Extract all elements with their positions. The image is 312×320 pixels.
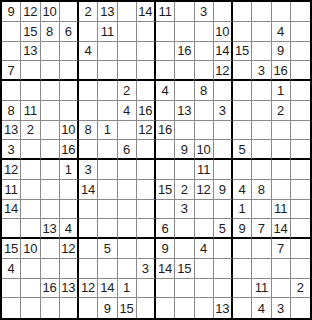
cell-r10c6[interactable]	[98, 180, 117, 200]
cell-r14c12[interactable]	[214, 259, 233, 279]
cell-r5c16[interactable]	[291, 81, 310, 101]
cell-r2c15[interactable]: 4	[272, 22, 291, 42]
cell-r6c1[interactable]: 8	[2, 101, 21, 121]
cell-r11c2[interactable]	[21, 200, 40, 220]
cell-r2c3[interactable]: 8	[41, 22, 60, 42]
cell-r16c1[interactable]	[2, 298, 21, 318]
cell-r3c8[interactable]	[137, 42, 156, 62]
cell-r8c16[interactable]	[291, 140, 310, 160]
cell-r14c4[interactable]	[60, 259, 79, 279]
cell-r8c13[interactable]: 5	[233, 140, 252, 160]
cell-r15c16[interactable]: 2	[291, 279, 310, 299]
cell-r11c1[interactable]: 14	[2, 200, 21, 220]
cell-r10c8[interactable]	[137, 180, 156, 200]
cell-r3c15[interactable]: 9	[272, 42, 291, 62]
cell-r7c1[interactable]: 13	[2, 121, 21, 141]
cell-r7c4[interactable]: 10	[60, 121, 79, 141]
cell-r16c15[interactable]: 3	[272, 298, 291, 318]
cell-r6c10[interactable]: 13	[175, 101, 194, 121]
cell-r7c8[interactable]: 12	[137, 121, 156, 141]
cell-r5c2[interactable]	[21, 81, 40, 101]
cell-r9c16[interactable]	[291, 160, 310, 180]
cell-r3c2[interactable]: 13	[21, 42, 40, 62]
cell-r6c16[interactable]	[291, 101, 310, 121]
cell-r5c7[interactable]: 2	[118, 81, 137, 101]
cell-r1c4[interactable]	[60, 2, 79, 22]
cell-r3c5[interactable]: 4	[79, 42, 98, 62]
cell-r15c12[interactable]	[214, 279, 233, 299]
cell-r5c11[interactable]: 8	[195, 81, 214, 101]
cell-r11c10[interactable]: 3	[175, 200, 194, 220]
cell-r2c12[interactable]: 10	[214, 22, 233, 42]
cell-r15c6[interactable]: 14	[98, 279, 117, 299]
cell-r13c11[interactable]: 4	[195, 239, 214, 259]
cell-r14c3[interactable]	[41, 259, 60, 279]
cell-r5c9[interactable]: 4	[156, 81, 175, 101]
cell-r14c14[interactable]	[252, 259, 271, 279]
cell-r9c1[interactable]: 12	[2, 160, 21, 180]
cell-r13c13[interactable]	[233, 239, 252, 259]
cell-r9c14[interactable]	[252, 160, 271, 180]
cell-r1c12[interactable]	[214, 2, 233, 22]
cell-r10c16[interactable]	[291, 180, 310, 200]
cell-r3c14[interactable]	[252, 42, 271, 62]
cell-r15c7[interactable]: 1	[118, 279, 137, 299]
cell-r7c5[interactable]: 8	[79, 121, 98, 141]
cell-r4c15[interactable]: 16	[272, 61, 291, 81]
cell-r8c8[interactable]	[137, 140, 156, 160]
cell-r13c12[interactable]	[214, 239, 233, 259]
cell-r5c3[interactable]	[41, 81, 60, 101]
cell-r13c7[interactable]	[118, 239, 137, 259]
cell-r13c6[interactable]: 5	[98, 239, 117, 259]
cell-r2c8[interactable]	[137, 22, 156, 42]
cell-r2c11[interactable]	[195, 22, 214, 42]
cell-r15c3[interactable]: 16	[41, 279, 60, 299]
cell-r5c8[interactable]	[137, 81, 156, 101]
cell-r12c1[interactable]	[2, 219, 21, 239]
cell-r6c4[interactable]	[60, 101, 79, 121]
cell-r15c2[interactable]	[21, 279, 40, 299]
cell-r1c15[interactable]	[272, 2, 291, 22]
cell-r5c12[interactable]	[214, 81, 233, 101]
cell-r16c16[interactable]	[291, 298, 310, 318]
cell-r13c14[interactable]	[252, 239, 271, 259]
cell-r6c3[interactable]	[41, 101, 60, 121]
cell-r6c14[interactable]	[252, 101, 271, 121]
cell-r16c10[interactable]	[175, 298, 194, 318]
cell-r4c5[interactable]	[79, 61, 98, 81]
cell-r11c6[interactable]	[98, 200, 117, 220]
cell-r16c9[interactable]	[156, 298, 175, 318]
cell-r7c7[interactable]	[118, 121, 137, 141]
cell-r12c12[interactable]: 5	[214, 219, 233, 239]
cell-r9c8[interactable]	[137, 160, 156, 180]
cell-r8c1[interactable]: 3	[2, 140, 21, 160]
cell-r10c9[interactable]: 15	[156, 180, 175, 200]
cell-r1c1[interactable]: 9	[2, 2, 21, 22]
cell-r1c7[interactable]	[118, 2, 137, 22]
cell-r3c10[interactable]: 16	[175, 42, 194, 62]
cell-r14c10[interactable]: 15	[175, 259, 194, 279]
cell-r12c9[interactable]: 6	[156, 219, 175, 239]
cell-r3c12[interactable]: 14	[214, 42, 233, 62]
cell-r4c2[interactable]	[21, 61, 40, 81]
cell-r16c13[interactable]	[233, 298, 252, 318]
cell-r4c13[interactable]	[233, 61, 252, 81]
cell-r7c13[interactable]	[233, 121, 252, 141]
cell-r1c9[interactable]: 11	[156, 2, 175, 22]
cell-r8c10[interactable]: 9	[175, 140, 194, 160]
cell-r4c9[interactable]	[156, 61, 175, 81]
cell-r15c8[interactable]	[137, 279, 156, 299]
cell-r6c9[interactable]	[156, 101, 175, 121]
cell-r3c11[interactable]	[195, 42, 214, 62]
cell-r4c12[interactable]: 12	[214, 61, 233, 81]
cell-r12c6[interactable]	[98, 219, 117, 239]
cell-r6c15[interactable]: 2	[272, 101, 291, 121]
cell-r15c9[interactable]	[156, 279, 175, 299]
cell-r8c3[interactable]	[41, 140, 60, 160]
cell-r10c4[interactable]	[60, 180, 79, 200]
cell-r9c13[interactable]	[233, 160, 252, 180]
cell-r2c7[interactable]	[118, 22, 137, 42]
cell-r6c13[interactable]	[233, 101, 252, 121]
cell-r9c12[interactable]	[214, 160, 233, 180]
cell-r15c4[interactable]: 13	[60, 279, 79, 299]
cell-r14c7[interactable]	[118, 259, 137, 279]
cell-r2c4[interactable]: 6	[60, 22, 79, 42]
cell-r14c9[interactable]: 14	[156, 259, 175, 279]
cell-r12c14[interactable]: 7	[252, 219, 271, 239]
cell-r5c13[interactable]	[233, 81, 252, 101]
cell-r13c4[interactable]: 12	[60, 239, 79, 259]
cell-r16c6[interactable]: 9	[98, 298, 117, 318]
cell-r5c10[interactable]	[175, 81, 194, 101]
cell-r9c9[interactable]	[156, 160, 175, 180]
cell-r1c2[interactable]: 12	[21, 2, 40, 22]
cell-r11c7[interactable]	[118, 200, 137, 220]
cell-r15c5[interactable]: 12	[79, 279, 98, 299]
cell-r4c11[interactable]	[195, 61, 214, 81]
cell-r4c14[interactable]: 3	[252, 61, 271, 81]
cell-r4c4[interactable]	[60, 61, 79, 81]
cell-r11c8[interactable]	[137, 200, 156, 220]
cell-r15c10[interactable]	[175, 279, 194, 299]
cell-r9c5[interactable]: 3	[79, 160, 98, 180]
cell-r6c8[interactable]: 16	[137, 101, 156, 121]
cell-r2c14[interactable]	[252, 22, 271, 42]
cell-r11c4[interactable]	[60, 200, 79, 220]
cell-r3c1[interactable]	[2, 42, 21, 62]
cell-r5c6[interactable]	[98, 81, 117, 101]
cell-r7c2[interactable]: 2	[21, 121, 40, 141]
cell-r15c15[interactable]	[272, 279, 291, 299]
cell-r14c13[interactable]	[233, 259, 252, 279]
cell-r6c6[interactable]	[98, 101, 117, 121]
cell-r4c10[interactable]	[175, 61, 194, 81]
cell-r1c13[interactable]	[233, 2, 252, 22]
cell-r13c16[interactable]	[291, 239, 310, 259]
cell-r10c2[interactable]	[21, 180, 40, 200]
cell-r2c2[interactable]: 15	[21, 22, 40, 42]
cell-r2c16[interactable]	[291, 22, 310, 42]
cell-r3c16[interactable]	[291, 42, 310, 62]
cell-r9c6[interactable]	[98, 160, 117, 180]
cell-r14c8[interactable]: 3	[137, 259, 156, 279]
cell-r1c16[interactable]	[291, 2, 310, 22]
cell-r2c13[interactable]	[233, 22, 252, 42]
cell-r9c15[interactable]	[272, 160, 291, 180]
cell-r16c5[interactable]	[79, 298, 98, 318]
cell-r15c13[interactable]	[233, 279, 252, 299]
cell-r8c12[interactable]	[214, 140, 233, 160]
cell-r16c4[interactable]	[60, 298, 79, 318]
cell-r16c3[interactable]	[41, 298, 60, 318]
cell-r4c6[interactable]	[98, 61, 117, 81]
cell-r7c15[interactable]	[272, 121, 291, 141]
cell-r10c1[interactable]: 11	[2, 180, 21, 200]
cell-r11c15[interactable]: 11	[272, 200, 291, 220]
cell-r16c7[interactable]: 15	[118, 298, 137, 318]
cell-r14c16[interactable]	[291, 259, 310, 279]
cell-r12c11[interactable]	[195, 219, 214, 239]
cell-r7c6[interactable]: 1	[98, 121, 117, 141]
cell-r5c5[interactable]	[79, 81, 98, 101]
cell-r3c13[interactable]: 15	[233, 42, 252, 62]
cell-r6c7[interactable]: 4	[118, 101, 137, 121]
cell-r12c10[interactable]	[175, 219, 194, 239]
cell-r11c16[interactable]	[291, 200, 310, 220]
cell-r16c2[interactable]	[21, 298, 40, 318]
cell-r5c4[interactable]	[60, 81, 79, 101]
cell-r1c6[interactable]: 13	[98, 2, 117, 22]
cell-r8c15[interactable]	[272, 140, 291, 160]
cell-r1c14[interactable]	[252, 2, 271, 22]
cell-r1c8[interactable]: 14	[137, 2, 156, 22]
cell-r10c14[interactable]: 8	[252, 180, 271, 200]
cell-r8c7[interactable]: 6	[118, 140, 137, 160]
cell-r10c11[interactable]: 12	[195, 180, 214, 200]
cell-r11c11[interactable]	[195, 200, 214, 220]
cell-r9c4[interactable]: 1	[60, 160, 79, 180]
cell-r14c6[interactable]	[98, 259, 117, 279]
cell-r11c14[interactable]	[252, 200, 271, 220]
cell-r3c4[interactable]	[60, 42, 79, 62]
cell-r13c15[interactable]: 7	[272, 239, 291, 259]
cell-r10c13[interactable]: 4	[233, 180, 252, 200]
cell-r13c3[interactable]	[41, 239, 60, 259]
cell-r4c7[interactable]	[118, 61, 137, 81]
cell-r15c1[interactable]	[2, 279, 21, 299]
cell-r13c2[interactable]: 10	[21, 239, 40, 259]
cell-r13c10[interactable]	[175, 239, 194, 259]
cell-r4c3[interactable]	[41, 61, 60, 81]
cell-r14c5[interactable]	[79, 259, 98, 279]
cell-r12c15[interactable]: 14	[272, 219, 291, 239]
cell-r6c12[interactable]: 3	[214, 101, 233, 121]
cell-r8c5[interactable]	[79, 140, 98, 160]
cell-r2c10[interactable]	[175, 22, 194, 42]
cell-r6c5[interactable]	[79, 101, 98, 121]
cell-r2c1[interactable]	[2, 22, 21, 42]
cell-r10c12[interactable]: 9	[214, 180, 233, 200]
cell-r12c4[interactable]: 4	[60, 219, 79, 239]
cell-r3c9[interactable]	[156, 42, 175, 62]
cell-r7c3[interactable]	[41, 121, 60, 141]
cell-r10c7[interactable]	[118, 180, 137, 200]
cell-r1c3[interactable]: 10	[41, 2, 60, 22]
cell-r14c2[interactable]	[21, 259, 40, 279]
cell-r15c14[interactable]: 11	[252, 279, 271, 299]
cell-r12c3[interactable]: 13	[41, 219, 60, 239]
cell-r5c14[interactable]	[252, 81, 271, 101]
cell-r9c3[interactable]	[41, 160, 60, 180]
cell-r16c8[interactable]	[137, 298, 156, 318]
cell-r12c16[interactable]	[291, 219, 310, 239]
cell-r4c16[interactable]	[291, 61, 310, 81]
cell-r15c11[interactable]	[195, 279, 214, 299]
cell-r13c5[interactable]	[79, 239, 98, 259]
cell-r10c5[interactable]: 14	[79, 180, 98, 200]
cell-r7c10[interactable]	[175, 121, 194, 141]
cell-r10c3[interactable]	[41, 180, 60, 200]
cell-r11c9[interactable]	[156, 200, 175, 220]
cell-r6c11[interactable]	[195, 101, 214, 121]
cell-r9c7[interactable]	[118, 160, 137, 180]
sudoku-board: 9121021314113158611104134161415971231624…	[0, 0, 312, 320]
cell-r7c12[interactable]	[214, 121, 233, 141]
cell-r16c14[interactable]: 4	[252, 298, 271, 318]
cell-r7c9[interactable]: 16	[156, 121, 175, 141]
cell-r8c2[interactable]	[21, 140, 40, 160]
cell-r8c11[interactable]: 10	[195, 140, 214, 160]
cell-r12c2[interactable]	[21, 219, 40, 239]
cell-r1c10[interactable]	[175, 2, 194, 22]
cell-r7c16[interactable]	[291, 121, 310, 141]
cell-r12c8[interactable]	[137, 219, 156, 239]
cell-r5c1[interactable]	[2, 81, 21, 101]
cell-r4c1[interactable]: 7	[2, 61, 21, 81]
cell-r14c11[interactable]	[195, 259, 214, 279]
cell-r3c6[interactable]	[98, 42, 117, 62]
cell-r8c4[interactable]: 16	[60, 140, 79, 160]
cell-r16c11[interactable]	[195, 298, 214, 318]
cell-r8c9[interactable]	[156, 140, 175, 160]
cell-r10c15[interactable]	[272, 180, 291, 200]
cell-r9c2[interactable]	[21, 160, 40, 180]
cell-r1c5[interactable]: 2	[79, 2, 98, 22]
cell-r1c11[interactable]: 3	[195, 2, 214, 22]
cell-r12c13[interactable]: 9	[233, 219, 252, 239]
cell-r11c12[interactable]	[214, 200, 233, 220]
cell-r2c6[interactable]: 11	[98, 22, 117, 42]
cell-r10c10[interactable]: 2	[175, 180, 194, 200]
cell-r12c7[interactable]	[118, 219, 137, 239]
cell-r14c1[interactable]: 4	[2, 259, 21, 279]
cell-r11c13[interactable]: 1	[233, 200, 252, 220]
cell-r12c5[interactable]	[79, 219, 98, 239]
cell-r16c12[interactable]: 13	[214, 298, 233, 318]
cell-r4c8[interactable]	[137, 61, 156, 81]
cell-r2c5[interactable]	[79, 22, 98, 42]
cell-r9c11[interactable]: 11	[195, 160, 214, 180]
cell-r7c14[interactable]	[252, 121, 271, 141]
cell-r5c15[interactable]: 1	[272, 81, 291, 101]
cell-r2c9[interactable]	[156, 22, 175, 42]
cell-r3c7[interactable]	[118, 42, 137, 62]
cell-r8c6[interactable]	[98, 140, 117, 160]
cell-r13c1[interactable]: 15	[2, 239, 21, 259]
cell-r9c10[interactable]	[175, 160, 194, 180]
cell-r8c14[interactable]	[252, 140, 271, 160]
cell-r7c11[interactable]	[195, 121, 214, 141]
cell-r14c15[interactable]	[272, 259, 291, 279]
cell-r13c9[interactable]: 9	[156, 239, 175, 259]
cell-r6c2[interactable]: 11	[21, 101, 40, 121]
cell-r11c3[interactable]	[41, 200, 60, 220]
cell-r11c5[interactable]	[79, 200, 98, 220]
cell-r3c3[interactable]	[41, 42, 60, 62]
cell-r13c8[interactable]	[137, 239, 156, 259]
